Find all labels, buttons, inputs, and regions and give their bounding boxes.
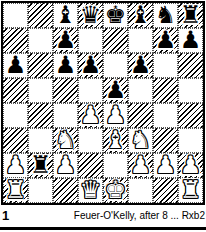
square-g6	[153, 53, 178, 78]
square-e7	[103, 28, 128, 53]
square-h6	[178, 53, 203, 78]
black-pawn-piece: ♟	[55, 53, 77, 78]
square-g1	[153, 178, 178, 203]
square-a5	[3, 78, 28, 103]
white-pawn-piece: ♟	[105, 103, 127, 128]
square-h2: ♟	[178, 153, 203, 178]
black-pawn-piece: ♟	[180, 28, 202, 53]
square-d2	[78, 153, 103, 178]
black-pawn-piece: ♟	[105, 78, 127, 103]
black-pawn-piece: ♟	[155, 28, 177, 53]
white-pawn-piece: ♟	[130, 153, 152, 178]
square-a4	[3, 103, 28, 128]
square-b7	[28, 28, 53, 53]
white-pawn-piece: ♟	[80, 103, 102, 128]
square-c7: ♟	[53, 28, 78, 53]
white-pawn-piece: ♟	[155, 153, 177, 178]
square-c8: ♝	[53, 3, 78, 28]
square-e8: ♚	[103, 3, 128, 28]
square-g4	[153, 103, 178, 128]
square-e2	[103, 153, 128, 178]
square-b6	[28, 53, 53, 78]
black-rook-piece: ♜	[180, 3, 202, 28]
square-f8: ♝	[128, 3, 153, 28]
square-a7	[3, 28, 28, 53]
caption-bar: 1 Feuer-O'Kelly, after 8 ... Rxb2	[0, 206, 206, 227]
square-f7	[128, 28, 153, 53]
square-f1	[128, 178, 153, 203]
square-b8	[28, 3, 53, 28]
square-h5	[178, 78, 203, 103]
square-g2: ♟	[153, 153, 178, 178]
square-c4	[53, 103, 78, 128]
square-b5	[28, 78, 53, 103]
square-d3	[78, 128, 103, 153]
square-c6: ♟	[53, 53, 78, 78]
square-f5	[128, 78, 153, 103]
black-bishop-piece: ♝	[130, 3, 152, 28]
black-king-piece: ♚	[105, 3, 127, 28]
square-h3	[178, 128, 203, 153]
white-pawn-piece: ♟	[55, 153, 77, 178]
black-pawn-piece: ♟	[5, 53, 27, 78]
chess-board: ♝♛♚♝♞♜♟♟♟♟♟♟♟♟♟♟♞♝♞♟♜♟♟♟♟♜♛♚♜	[1, 1, 205, 205]
square-a3	[3, 128, 28, 153]
square-c2: ♟	[53, 153, 78, 178]
square-b1	[28, 178, 53, 203]
square-h1: ♜	[178, 178, 203, 203]
square-a2: ♟	[3, 153, 28, 178]
white-queen-piece: ♛	[80, 178, 102, 203]
square-d1: ♛	[78, 178, 103, 203]
square-b2: ♜	[28, 153, 53, 178]
square-h8: ♜	[178, 3, 203, 28]
square-f2: ♟	[128, 153, 153, 178]
square-f4	[128, 103, 153, 128]
square-c3: ♞	[53, 128, 78, 153]
black-bishop-piece: ♝	[55, 3, 77, 28]
white-bishop-piece: ♝	[105, 128, 127, 153]
square-a8	[3, 3, 28, 28]
white-rook-piece: ♜	[5, 178, 27, 203]
square-b4	[28, 103, 53, 128]
square-a6: ♟	[3, 53, 28, 78]
black-rook-piece: ♜	[30, 153, 52, 178]
black-pawn-piece: ♟	[130, 53, 152, 78]
square-e3: ♝	[103, 128, 128, 153]
square-h4	[178, 103, 203, 128]
square-h7: ♟	[178, 28, 203, 53]
diagram-number: 1	[2, 208, 9, 223]
square-e1: ♚	[103, 178, 128, 203]
square-f6: ♟	[128, 53, 153, 78]
square-d7	[78, 28, 103, 53]
square-e4: ♟	[103, 103, 128, 128]
square-a1: ♜	[3, 178, 28, 203]
black-pawn-piece: ♟	[80, 53, 102, 78]
chess-diagram-page: ♝♛♚♝♞♜♟♟♟♟♟♟♟♟♟♟♞♝♞♟♜♟♟♟♟♜♛♚♜ 1 Feuer-O'…	[0, 0, 206, 232]
square-e6	[103, 53, 128, 78]
diagram-caption: Feuer-O'Kelly, after 8 ... Rxb2	[74, 210, 205, 221]
white-king-piece: ♚	[105, 178, 127, 203]
square-g5	[153, 78, 178, 103]
black-knight-piece: ♞	[155, 3, 177, 28]
square-c5	[53, 78, 78, 103]
square-d6: ♟	[78, 53, 103, 78]
square-d5	[78, 78, 103, 103]
square-b3	[28, 128, 53, 153]
bottom-rule	[0, 227, 206, 230]
square-f3: ♞	[128, 128, 153, 153]
square-e5: ♟	[103, 78, 128, 103]
white-pawn-piece: ♟	[180, 153, 202, 178]
square-d8: ♛	[78, 3, 103, 28]
white-pawn-piece: ♟	[5, 153, 27, 178]
black-pawn-piece: ♟	[55, 28, 77, 53]
square-g7: ♟	[153, 28, 178, 53]
square-d4: ♟	[78, 103, 103, 128]
square-g3	[153, 128, 178, 153]
black-queen-piece: ♛	[80, 3, 102, 28]
square-c1	[53, 178, 78, 203]
white-knight-piece: ♞	[130, 128, 152, 153]
white-rook-piece: ♜	[180, 178, 202, 203]
white-knight-piece: ♞	[55, 128, 77, 153]
square-g8: ♞	[153, 3, 178, 28]
